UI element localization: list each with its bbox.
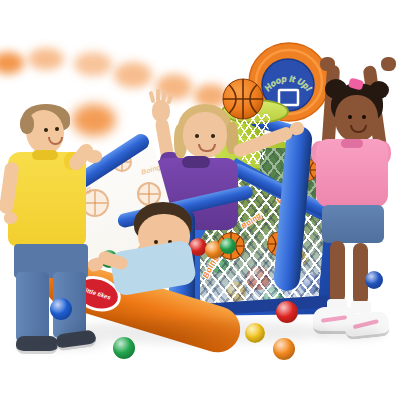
finger (161, 89, 167, 102)
product-photo: Boing Boing Boing Hoop It Up! (0, 0, 400, 400)
eye (55, 127, 59, 131)
ball-trail-blob (114, 62, 152, 88)
shirt-collar (182, 156, 210, 168)
boy-hair-fringe (20, 114, 34, 134)
ball-trail-blob (0, 52, 24, 74)
girl-right-shirt (316, 139, 388, 207)
pit-ball (220, 238, 236, 254)
finger (149, 91, 156, 104)
shirt-collar (32, 150, 58, 160)
ball-trail-blob (28, 48, 64, 70)
girl-right-shorts (322, 205, 384, 243)
finger (166, 93, 173, 105)
girl-right-leg (330, 241, 345, 303)
child-girl-right (303, 55, 400, 345)
shirt-collar (341, 139, 363, 148)
girl-right-hand (381, 57, 396, 71)
boy-hand (4, 212, 17, 224)
ball-trail-blob (74, 52, 112, 76)
boy-jeans-leg (16, 272, 49, 342)
panel-boing-print: Boing (140, 163, 161, 175)
floor-ball (245, 323, 265, 343)
eye (154, 240, 158, 244)
sneaker-stripe (321, 315, 347, 323)
child-toddler (98, 196, 208, 296)
floor-ball (365, 271, 383, 289)
girl-center-arm (232, 125, 295, 158)
floor-ball (50, 298, 72, 320)
boy-hand (86, 150, 102, 163)
girl-right-hand (320, 57, 335, 71)
floor-shadow (15, 338, 105, 350)
eye (348, 115, 352, 119)
floor-shadow (315, 328, 385, 340)
finger (156, 89, 160, 102)
eye (362, 115, 366, 119)
eye (211, 134, 215, 138)
floor-ball (113, 337, 135, 359)
girl-right-face (335, 95, 378, 142)
eye (44, 128, 48, 132)
floor-ball (276, 301, 298, 323)
eye (195, 134, 199, 138)
floor-ball (273, 338, 295, 360)
